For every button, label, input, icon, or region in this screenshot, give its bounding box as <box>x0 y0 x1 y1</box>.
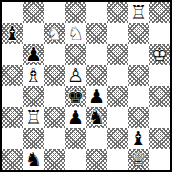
square-b6[interactable]: ♟ <box>23 44 44 65</box>
square-a5[interactable] <box>2 65 23 86</box>
square-d1[interactable] <box>65 149 86 170</box>
square-f5[interactable] <box>107 65 128 86</box>
piece-black-knight: ♞ <box>86 107 107 128</box>
square-h2[interactable] <box>149 128 170 149</box>
square-c5[interactable] <box>44 65 65 86</box>
chess-board-frame: ♜♖♝♞♘♞♘♟♚♔♝♗♟♙♚♟♜♖♟♞♝♞♛♕ <box>0 0 172 172</box>
square-b3[interactable]: ♜♖ <box>23 107 44 128</box>
square-b5[interactable]: ♝♗ <box>23 65 44 86</box>
square-a6[interactable] <box>2 44 23 65</box>
square-e6[interactable] <box>86 44 107 65</box>
piece-black-pawn: ♟ <box>23 44 44 65</box>
square-g2[interactable]: ♝ <box>128 128 149 149</box>
square-c8[interactable] <box>44 2 65 23</box>
piece-white-rook: ♜♖ <box>23 107 44 128</box>
square-g4[interactable] <box>128 86 149 107</box>
piece-black-knight: ♞ <box>23 149 44 170</box>
square-h6[interactable]: ♚♔ <box>149 44 170 65</box>
square-a1[interactable] <box>2 149 23 170</box>
square-d5[interactable]: ♟♙ <box>65 65 86 86</box>
square-d4[interactable]: ♚ <box>65 86 86 107</box>
square-b7[interactable] <box>23 23 44 44</box>
square-f7[interactable] <box>107 23 128 44</box>
piece-white-knight: ♞♘ <box>65 23 86 44</box>
square-f3[interactable] <box>107 107 128 128</box>
square-d7[interactable]: ♞♘ <box>65 23 86 44</box>
square-b4[interactable] <box>23 86 44 107</box>
piece-black-pawn: ♟ <box>65 107 86 128</box>
square-g5[interactable] <box>128 65 149 86</box>
square-e1[interactable] <box>86 149 107 170</box>
piece-white-pawn: ♟♙ <box>65 65 86 86</box>
square-f6[interactable] <box>107 44 128 65</box>
square-a4[interactable] <box>2 86 23 107</box>
square-e4[interactable]: ♟ <box>86 86 107 107</box>
square-e3[interactable]: ♞ <box>86 107 107 128</box>
square-c1[interactable] <box>44 149 65 170</box>
square-a2[interactable] <box>2 128 23 149</box>
square-d8[interactable] <box>65 2 86 23</box>
piece-white-rook: ♜♖ <box>128 2 149 23</box>
square-h5[interactable] <box>149 65 170 86</box>
square-d2[interactable] <box>65 128 86 149</box>
square-c7[interactable]: ♞♘ <box>44 23 65 44</box>
square-b2[interactable] <box>23 128 44 149</box>
piece-black-king: ♚ <box>65 86 86 107</box>
square-e7[interactable] <box>86 23 107 44</box>
piece-white-king: ♚♔ <box>149 44 170 65</box>
square-b8[interactable] <box>23 2 44 23</box>
square-c6[interactable] <box>44 44 65 65</box>
square-g8[interactable]: ♜♖ <box>128 2 149 23</box>
square-d6[interactable] <box>65 44 86 65</box>
square-h1[interactable] <box>149 149 170 170</box>
square-h8[interactable] <box>149 2 170 23</box>
square-h3[interactable] <box>149 107 170 128</box>
piece-white-queen: ♛♕ <box>128 149 149 170</box>
square-a7[interactable]: ♝ <box>2 23 23 44</box>
square-e5[interactable] <box>86 65 107 86</box>
chess-board: ♜♖♝♞♘♞♘♟♚♔♝♗♟♙♚♟♜♖♟♞♝♞♛♕ <box>2 2 170 170</box>
square-f8[interactable] <box>107 2 128 23</box>
square-c4[interactable] <box>44 86 65 107</box>
square-c2[interactable] <box>44 128 65 149</box>
square-g7[interactable] <box>128 23 149 44</box>
square-a3[interactable] <box>2 107 23 128</box>
square-h4[interactable] <box>149 86 170 107</box>
piece-black-bishop: ♝ <box>128 128 149 149</box>
square-g3[interactable] <box>128 107 149 128</box>
square-e8[interactable] <box>86 2 107 23</box>
square-f4[interactable] <box>107 86 128 107</box>
square-f2[interactable] <box>107 128 128 149</box>
piece-black-bishop: ♝ <box>2 23 23 44</box>
piece-white-bishop: ♝♗ <box>23 65 44 86</box>
square-g6[interactable] <box>128 44 149 65</box>
square-e2[interactable] <box>86 128 107 149</box>
piece-black-pawn: ♟ <box>86 86 107 107</box>
square-b1[interactable]: ♞ <box>23 149 44 170</box>
square-c3[interactable] <box>44 107 65 128</box>
square-d3[interactable]: ♟ <box>65 107 86 128</box>
square-a8[interactable] <box>2 2 23 23</box>
square-g1[interactable]: ♛♕ <box>128 149 149 170</box>
piece-white-knight: ♞♘ <box>44 23 65 44</box>
square-f1[interactable] <box>107 149 128 170</box>
square-h7[interactable] <box>149 23 170 44</box>
